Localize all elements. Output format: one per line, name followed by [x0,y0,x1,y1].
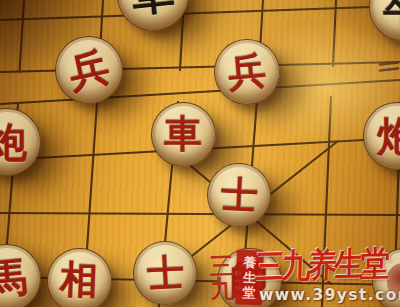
rank-line [0,6,400,20]
piece-character-hidden [387,263,400,298]
xiangqi-board-photo: 車卒兵兵炮車炮士馬相士帥 三 九 養 生 堂 三九养生堂 www.39yst.c… [0,0,400,307]
rank-line [0,213,400,215]
piece-character: 車 [164,115,202,153]
piece-red-general[interactable]: 帥 [217,248,282,307]
piece-character: 帥 [230,261,268,299]
piece-red-soldier-2[interactable]: 兵 [214,39,280,105]
piece-character: 炮 [377,116,400,156]
file-line [322,97,331,307]
piece-character: 馬 [0,256,29,299]
piece-character: 卒 [383,0,400,27]
river-mark [380,69,398,71]
piece-red-chariot[interactable]: 車 [151,102,216,167]
piece-character: 兵 [65,46,112,93]
piece-character: 炮 [0,122,27,162]
piece-red-soldier-1[interactable]: 兵 [55,36,123,104]
piece-character: 士 [220,176,259,215]
piece-red-elephant[interactable]: 相 [47,248,112,307]
file-line [20,0,25,72]
piece-character: 相 [59,260,98,299]
piece-character: 士 [146,254,185,293]
piece-character: 車 [130,0,176,18]
file-line [333,0,336,66]
piece-red-advisor-left[interactable]: 士 [133,241,197,305]
piece-character: 兵 [226,51,267,92]
piece-red-advisor-center[interactable]: 士 [207,163,271,227]
